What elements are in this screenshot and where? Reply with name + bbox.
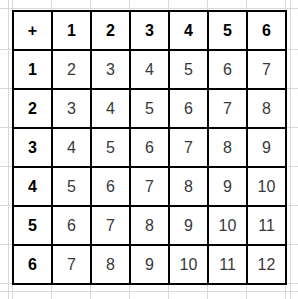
sum-cell-r4c1: 5 xyxy=(53,168,90,205)
col-header-2: 2 xyxy=(92,12,129,49)
sum-cell-r2c4: 6 xyxy=(170,90,207,127)
margin-gridline-horizontal xyxy=(0,291,298,292)
sum-cell-r2c1: 3 xyxy=(53,90,90,127)
sum-cell-r1c2: 3 xyxy=(92,51,129,88)
sum-cell-r6c4: 10 xyxy=(170,246,207,283)
sum-cell-r2c5: 7 xyxy=(209,90,246,127)
sum-cell-r1c3: 4 xyxy=(131,51,168,88)
sum-cell-r5c1: 6 xyxy=(53,207,90,244)
sum-cell-r6c1: 7 xyxy=(53,246,90,283)
sum-cell-r4c5: 9 xyxy=(209,168,246,205)
sum-cell-r1c1: 2 xyxy=(53,51,90,88)
col-header-5: 5 xyxy=(209,12,246,49)
row-header-2: 2 xyxy=(14,90,51,127)
col-header-4: 4 xyxy=(170,12,207,49)
addition-table: +123456123456723456783456789456789105678… xyxy=(12,10,287,285)
col-header-6: 6 xyxy=(248,12,285,49)
margin-gridline-vertical xyxy=(290,0,291,299)
sum-cell-r3c3: 6 xyxy=(131,129,168,166)
margin-gridline-vertical xyxy=(8,0,9,299)
col-header-1: 1 xyxy=(53,12,90,49)
sum-cell-r3c6: 9 xyxy=(248,129,285,166)
sum-cell-r6c6: 12 xyxy=(248,246,285,283)
row-header-1: 1 xyxy=(14,51,51,88)
sum-cell-r2c3: 5 xyxy=(131,90,168,127)
operator-cell: + xyxy=(14,12,51,49)
sum-cell-r1c5: 6 xyxy=(209,51,246,88)
sum-cell-r6c5: 11 xyxy=(209,246,246,283)
sum-cell-r2c6: 8 xyxy=(248,90,285,127)
row-header-3: 3 xyxy=(14,129,51,166)
row-header-4: 4 xyxy=(14,168,51,205)
sum-cell-r5c2: 7 xyxy=(92,207,129,244)
sum-cell-r5c3: 8 xyxy=(131,207,168,244)
margin-gridline-horizontal xyxy=(0,8,298,9)
row-header-5: 5 xyxy=(14,207,51,244)
sum-cell-r4c4: 8 xyxy=(170,168,207,205)
sum-cell-r3c2: 5 xyxy=(92,129,129,166)
sum-cell-r4c2: 6 xyxy=(92,168,129,205)
sum-cell-r6c2: 8 xyxy=(92,246,129,283)
sum-cell-r5c6: 11 xyxy=(248,207,285,244)
sum-cell-r3c5: 8 xyxy=(209,129,246,166)
sum-cell-r2c2: 4 xyxy=(92,90,129,127)
sum-cell-r3c1: 4 xyxy=(53,129,90,166)
row-header-6: 6 xyxy=(14,246,51,283)
spreadsheet-canvas: +123456123456723456783456789456789105678… xyxy=(0,0,298,299)
sum-cell-r1c6: 7 xyxy=(248,51,285,88)
sum-cell-r5c5: 10 xyxy=(209,207,246,244)
sum-cell-r4c3: 7 xyxy=(131,168,168,205)
sum-cell-r6c3: 9 xyxy=(131,246,168,283)
sum-cell-r1c4: 5 xyxy=(170,51,207,88)
sum-cell-r4c6: 10 xyxy=(248,168,285,205)
sum-cell-r3c4: 7 xyxy=(170,129,207,166)
col-header-3: 3 xyxy=(131,12,168,49)
sum-cell-r5c4: 9 xyxy=(170,207,207,244)
